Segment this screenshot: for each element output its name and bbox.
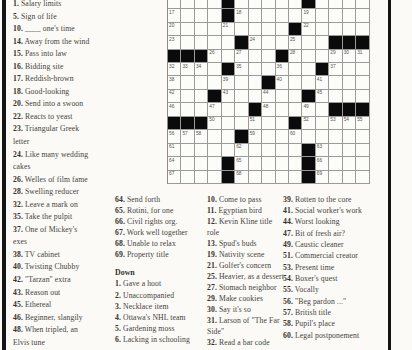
- clue-text: Civil rights org.: [125, 217, 178, 226]
- clue-number: 56.: [283, 297, 293, 306]
- grid-cell[interactable]: 41: [316, 76, 329, 89]
- grid-cell[interactable]: [195, 23, 208, 36]
- grid-cell[interactable]: [329, 76, 342, 89]
- grid-cell[interactable]: 55: [356, 117, 369, 130]
- grid-cell[interactable]: [181, 90, 194, 103]
- grid-cell[interactable]: 56: [168, 130, 181, 143]
- grid-cell[interactable]: [195, 171, 208, 184]
- cell-number: 41: [317, 77, 322, 82]
- grid-cell[interactable]: 67: [168, 171, 181, 184]
- grid-cell[interactable]: [262, 0, 275, 9]
- grid-cell[interactable]: 19: [302, 9, 315, 22]
- grid-cell[interactable]: [356, 63, 369, 76]
- grid-cell-black: [289, 117, 302, 130]
- cell-number: 23: [169, 37, 174, 42]
- clue: 1. Gave a hoot: [115, 278, 190, 289]
- clue: 25. Heavier, as a dessert: [207, 271, 284, 282]
- grid-cell[interactable]: 16: [316, 0, 329, 9]
- grid-cell[interactable]: [195, 90, 208, 103]
- grid-cell[interactable]: 60: [289, 130, 302, 143]
- grid-cell[interactable]: 23: [168, 36, 181, 49]
- grid-cell[interactable]: [356, 144, 369, 157]
- clue-wrap-line: letter: [13, 136, 89, 149]
- clue-number: 24.: [13, 150, 23, 159]
- grid-cell[interactable]: 15: [235, 0, 248, 9]
- cell-number: 66: [317, 158, 322, 163]
- clue: 64. Send forth: [115, 194, 190, 205]
- grid-cell[interactable]: 21: [222, 23, 235, 36]
- clue-number: 48.: [13, 325, 23, 334]
- grid-cell[interactable]: [208, 63, 221, 76]
- grid-cell[interactable]: [181, 23, 194, 36]
- clue: 29. Make cookies: [207, 293, 284, 304]
- grid-cell-black: [168, 117, 181, 130]
- grid-cell[interactable]: 58: [195, 130, 208, 143]
- grid-cell[interactable]: [343, 144, 356, 157]
- clue: 5. Sign of life: [13, 11, 89, 24]
- clue-number: 27.: [207, 283, 217, 292]
- clue-number: 44.: [283, 217, 293, 226]
- cell-number: 54: [344, 117, 349, 122]
- clue-column-across-col-1: 1. Salary limits5. Sign of life10. ____ …: [13, 0, 89, 350]
- grid-cell[interactable]: [356, 76, 369, 89]
- clue-number: 60.: [283, 331, 293, 340]
- grid-cell[interactable]: [262, 50, 275, 63]
- grid-cell[interactable]: 27: [235, 50, 248, 63]
- grid-cell[interactable]: [343, 63, 356, 76]
- clue-text: Leave a mark on: [23, 200, 78, 209]
- cell-number: 28: [290, 50, 295, 55]
- grid-cell[interactable]: [195, 103, 208, 116]
- clue-text: Elvis tune: [13, 338, 45, 347]
- clue: 19. Nativity scene: [207, 249, 284, 260]
- grid-cell[interactable]: [343, 9, 356, 22]
- grid-cell[interactable]: 39: [222, 76, 235, 89]
- grid-cell[interactable]: 29: [329, 50, 342, 63]
- grid-cell[interactable]: 61: [168, 144, 181, 157]
- grid-cell[interactable]: 22: [302, 23, 315, 36]
- grid-cell[interactable]: [235, 117, 248, 130]
- grid-cell[interactable]: [316, 9, 329, 22]
- grid-cell[interactable]: [262, 171, 275, 184]
- clue-text: Swelling reducer: [23, 187, 79, 196]
- grid-cell[interactable]: [195, 76, 208, 89]
- grid-cell[interactable]: [181, 157, 194, 170]
- cell-number: 49: [303, 104, 308, 109]
- grid-cell[interactable]: [276, 103, 289, 116]
- grid-cell[interactable]: [276, 90, 289, 103]
- cell-number: 64: [169, 158, 174, 163]
- grid-cell[interactable]: [208, 157, 221, 170]
- grid-cell[interactable]: [262, 63, 275, 76]
- grid-cell[interactable]: [222, 103, 235, 116]
- grid-cell[interactable]: [181, 9, 194, 22]
- grid-cell[interactable]: [208, 130, 221, 143]
- grid-cell[interactable]: [329, 90, 342, 103]
- grid-cell-black: [222, 63, 235, 76]
- clue-text: Rotten to the core: [293, 195, 352, 204]
- grid-cell[interactable]: [316, 103, 329, 116]
- grid-cell[interactable]: [329, 130, 342, 143]
- grid-cell-black: [262, 76, 275, 89]
- grid-cell[interactable]: [316, 36, 329, 49]
- grid-cell[interactable]: 43: [222, 90, 235, 103]
- grid-cell[interactable]: 40: [276, 76, 289, 89]
- grid-cell[interactable]: [195, 9, 208, 22]
- grid-cell[interactable]: [276, 144, 289, 157]
- grid-cell[interactable]: 52: [302, 117, 315, 130]
- grid-cell[interactable]: 20: [168, 23, 181, 36]
- clue: 40. Twisting Chubby: [13, 261, 89, 274]
- grid-cell[interactable]: [356, 9, 369, 22]
- grid-cell[interactable]: 36: [276, 63, 289, 76]
- grid-cell[interactable]: [316, 130, 329, 143]
- grid-cell[interactable]: 18: [235, 9, 248, 22]
- grid-cell[interactable]: [181, 171, 194, 184]
- grid-cell-black: [235, 36, 248, 49]
- grid-cell[interactable]: [356, 0, 369, 9]
- grid-cell[interactable]: [249, 90, 262, 103]
- clue-text: role: [207, 228, 219, 237]
- grid-cell[interactable]: [276, 0, 289, 9]
- grid-cell-black: [356, 103, 369, 116]
- clue: 24. Like many wedding: [13, 149, 89, 162]
- clue-number: 14.: [13, 37, 23, 46]
- clue: 67. Work well together: [115, 227, 190, 238]
- clue: 65. Rotini, for one: [115, 205, 190, 216]
- grid-cell[interactable]: [343, 76, 356, 89]
- clue-text: Gardening moss: [121, 324, 175, 333]
- cell-number: 45: [317, 90, 322, 95]
- grid-cell[interactable]: [181, 0, 194, 9]
- grid-cell[interactable]: [208, 144, 221, 157]
- clue: 60. Legal postponement: [283, 330, 362, 341]
- clue-text: "Tarzan" extra: [23, 275, 71, 284]
- cell-number: 31: [357, 50, 362, 55]
- clue-number: 47.: [283, 229, 293, 238]
- grid-cell[interactable]: [289, 9, 302, 22]
- clue: 57. British title: [283, 307, 362, 318]
- grid-cell-black: [302, 90, 315, 103]
- clue: 3. Necklace item: [115, 301, 190, 312]
- clue: 54. Boxer's quest: [283, 273, 362, 284]
- grid-cell[interactable]: 48: [262, 103, 275, 116]
- cell-number: 32: [169, 64, 174, 69]
- grid-cell[interactable]: [356, 23, 369, 36]
- grid-cell[interactable]: [235, 76, 248, 89]
- clue: 27. Stomach neighbor: [207, 282, 284, 293]
- grid-cell[interactable]: 65: [235, 157, 248, 170]
- grid-cell-black: [181, 50, 194, 63]
- clue-text: Social worker's work: [293, 206, 362, 215]
- grid-cell[interactable]: 28: [289, 50, 302, 63]
- grid-cell[interactable]: 32: [168, 63, 181, 76]
- grid-cell[interactable]: [289, 90, 302, 103]
- grid-cell[interactable]: 54: [343, 117, 356, 130]
- clue-text: Send forth: [125, 195, 160, 204]
- clue: 21. Golfer's concern: [207, 260, 284, 271]
- grid-cell[interactable]: 49: [302, 103, 315, 116]
- grid-cell[interactable]: [302, 63, 315, 76]
- clue: 47. Bit of fresh air?: [283, 228, 362, 239]
- clue-text: Welles of film fame: [23, 175, 88, 184]
- grid-cell[interactable]: [329, 171, 342, 184]
- grid-cell[interactable]: 38: [168, 76, 181, 89]
- grid-cell[interactable]: [208, 0, 221, 9]
- grid-cell[interactable]: [329, 144, 342, 157]
- clue-number: 10.: [13, 24, 23, 33]
- grid-cell[interactable]: 45: [316, 90, 329, 103]
- cell-number: 17: [169, 10, 174, 15]
- clue: 53. Present time: [283, 262, 362, 273]
- grid-cell[interactable]: [276, 117, 289, 130]
- cell-number: 25: [290, 37, 295, 42]
- clue-number: 64.: [115, 195, 125, 204]
- clue: 30. Say it's so: [207, 304, 284, 315]
- grid-cell[interactable]: [276, 23, 289, 36]
- grid-cell[interactable]: [276, 157, 289, 170]
- grid-cell[interactable]: [249, 9, 262, 22]
- grid-cell[interactable]: [289, 103, 302, 116]
- grid-cell[interactable]: [343, 23, 356, 36]
- grid-cell[interactable]: [343, 171, 356, 184]
- clue: 41. Social worker's work: [283, 205, 362, 216]
- cell-number: 24: [250, 37, 255, 42]
- grid-cell-black: [343, 103, 356, 116]
- grid-cell[interactable]: [329, 9, 342, 22]
- grid-cell[interactable]: [208, 9, 221, 22]
- grid-cell[interactable]: [249, 0, 262, 9]
- clue-number: 22.: [13, 112, 23, 121]
- grid-cell[interactable]: [208, 171, 221, 184]
- grid-cell[interactable]: 26: [208, 50, 221, 63]
- grid-cell[interactable]: [343, 157, 356, 170]
- grid-cell[interactable]: [356, 90, 369, 103]
- clue: 68. Unable to relax: [115, 238, 190, 249]
- grid-cell[interactable]: [276, 9, 289, 22]
- grid-cell[interactable]: [222, 36, 235, 49]
- clue-text: Salary limits: [19, 0, 61, 8]
- clue-number: 40.: [13, 262, 23, 271]
- grid-cell[interactable]: [343, 90, 356, 103]
- grid-cell[interactable]: [249, 76, 262, 89]
- cell-number: 67: [169, 171, 174, 176]
- clue-number: 38.: [13, 250, 23, 259]
- grid-cell[interactable]: 25: [289, 36, 302, 49]
- grid-cell[interactable]: [262, 144, 275, 157]
- cell-number: 35: [236, 64, 241, 69]
- grid-cell[interactable]: [249, 157, 262, 170]
- down-header: Down: [115, 267, 190, 278]
- grid-cell[interactable]: [302, 130, 315, 143]
- clue: 44. Worst looking: [283, 216, 362, 227]
- clue-number: 58.: [283, 319, 293, 328]
- grid-cell[interactable]: 35: [235, 63, 248, 76]
- grid-cell[interactable]: [195, 0, 208, 9]
- cell-number: 33: [182, 64, 187, 69]
- clue-text: Kevin Kline title: [217, 217, 272, 226]
- grid-cell[interactable]: [343, 130, 356, 143]
- grid-cell[interactable]: 47: [208, 103, 221, 116]
- grid-cell[interactable]: [356, 171, 369, 184]
- grid-cell[interactable]: [262, 157, 275, 170]
- grid-cell[interactable]: [249, 144, 262, 157]
- grid-cell[interactable]: [329, 0, 342, 9]
- grid-cell[interactable]: [222, 50, 235, 63]
- grid-cell[interactable]: [329, 23, 342, 36]
- grid-cell[interactable]: [208, 76, 221, 89]
- grid-cell-black: [195, 50, 208, 63]
- cell-number: 53: [330, 117, 335, 122]
- clue: 66. Civil rights org.: [115, 216, 190, 227]
- grid-cell[interactable]: [222, 144, 235, 157]
- grid-cell[interactable]: 33: [181, 63, 194, 76]
- grid-cell[interactable]: [343, 0, 356, 9]
- grid-cell[interactable]: [302, 50, 315, 63]
- clue-text: Away from the wind: [23, 37, 90, 46]
- clue-number: 13.: [207, 239, 217, 248]
- grid-cell[interactable]: [222, 117, 235, 130]
- grid-cell[interactable]: 44: [262, 90, 275, 103]
- clue: 6. Lacking in schooling: [115, 334, 190, 345]
- grid-cell[interactable]: [302, 76, 315, 89]
- clue-text: Send into a swoon: [23, 99, 83, 108]
- clue: 22. Reacts to yeast: [13, 111, 89, 124]
- grid-cell[interactable]: [316, 23, 329, 36]
- grid-cell[interactable]: 34: [195, 63, 208, 76]
- grid-cell-black: [329, 36, 342, 49]
- clue-text: Rotini, for one: [125, 206, 174, 215]
- grid-cell[interactable]: [289, 157, 302, 170]
- grid-cell[interactable]: [249, 171, 262, 184]
- page-border-right: [388, 0, 391, 350]
- grid-cell[interactable]: [249, 50, 262, 63]
- grid-cell[interactable]: 14: [168, 0, 181, 9]
- cell-number: 43: [223, 90, 228, 95]
- grid-cell[interactable]: [222, 130, 235, 143]
- clue-text: cakes: [13, 162, 31, 171]
- clue: 32. Leave a mark on: [13, 199, 89, 212]
- grid-cell[interactable]: [181, 36, 194, 49]
- grid-cell-black: [343, 36, 356, 49]
- grid-cell[interactable]: [208, 23, 221, 36]
- cell-number: 68: [236, 171, 241, 176]
- grid-cell[interactable]: [289, 0, 302, 9]
- grid-cell[interactable]: 46: [168, 103, 181, 116]
- grid-cell[interactable]: [208, 36, 221, 49]
- cell-number: 40: [277, 77, 282, 82]
- grid-cell[interactable]: [262, 23, 275, 36]
- cell-number: 34: [196, 64, 201, 69]
- clue-text: Unaccompanied: [121, 291, 174, 300]
- grid-cell[interactable]: [195, 36, 208, 49]
- grid-cell[interactable]: [181, 76, 194, 89]
- clue-text: Ottawa's NHL team: [121, 313, 186, 322]
- grid-cell[interactable]: 24: [249, 36, 262, 49]
- clue-number: 41.: [283, 206, 293, 215]
- grid-cell[interactable]: [289, 76, 302, 89]
- grid-cell[interactable]: [289, 144, 302, 157]
- clue: 23. Triangular Greek: [13, 123, 89, 136]
- clue-wrap-line: role: [207, 227, 284, 238]
- grid-cell[interactable]: [195, 157, 208, 170]
- clue-number: 26.: [13, 175, 23, 184]
- clue: 1. Salary limits: [13, 0, 89, 11]
- clue-text: Good-looking: [23, 87, 69, 96]
- grid-cell[interactable]: 37: [329, 63, 342, 76]
- clue: 2. Unaccompanied: [115, 290, 190, 301]
- grid-cell[interactable]: [289, 171, 302, 184]
- grid-cell[interactable]: 59: [249, 130, 262, 143]
- grid-cell[interactable]: 53: [329, 117, 342, 130]
- grid-cell[interactable]: [262, 36, 275, 49]
- cell-number: 19: [303, 10, 308, 15]
- grid-cell[interactable]: [316, 50, 329, 63]
- clue: 14. Away from the wind: [13, 36, 89, 49]
- grid-cell[interactable]: [329, 157, 342, 170]
- grid-cell-black: [168, 50, 181, 63]
- grid-cell[interactable]: [181, 103, 194, 116]
- grid-cell[interactable]: [356, 130, 369, 143]
- grid-cell[interactable]: [235, 23, 248, 36]
- grid-cell[interactable]: 31: [356, 50, 369, 63]
- grid-cell[interactable]: [276, 36, 289, 49]
- clue-number: 69.: [115, 250, 125, 259]
- grid-cell[interactable]: 69: [316, 171, 329, 184]
- grid-cell[interactable]: 17: [168, 9, 181, 22]
- grid-cell[interactable]: [181, 144, 194, 157]
- grid-cell[interactable]: [235, 103, 248, 116]
- grid-cell[interactable]: 30: [343, 50, 356, 63]
- grid-cell[interactable]: [249, 63, 262, 76]
- grid-cell[interactable]: [262, 117, 275, 130]
- grid-cell[interactable]: [302, 36, 315, 49]
- clue-number: 20.: [13, 99, 23, 108]
- grid-cell-black: [222, 0, 235, 9]
- grid-cell[interactable]: [276, 130, 289, 143]
- grid-cell[interactable]: 62: [235, 144, 248, 157]
- grid-cell[interactable]: [276, 171, 289, 184]
- grid-cell[interactable]: 51: [249, 117, 262, 130]
- clue-column-down-col-4: 39. Rotten to the core41. Social worker'…: [283, 194, 362, 341]
- grid-cell[interactable]: [356, 157, 369, 170]
- clue: 26. Welles of film fame: [13, 174, 89, 187]
- grid-cell[interactable]: [195, 144, 208, 157]
- clue-text: Boxer's quest: [293, 274, 338, 283]
- grid-cell[interactable]: [316, 117, 329, 130]
- grid-cell[interactable]: 68: [235, 171, 248, 184]
- grid-cell[interactable]: 66: [316, 157, 329, 170]
- grid-cell[interactable]: [249, 23, 262, 36]
- grid-cell-black: [302, 171, 315, 184]
- grid-cell[interactable]: 63: [316, 144, 329, 157]
- grid-cell[interactable]: 42: [168, 90, 181, 103]
- grid-cell[interactable]: 64: [168, 157, 181, 170]
- grid-cell[interactable]: [262, 130, 275, 143]
- cell-number: 56: [169, 131, 174, 136]
- grid-cell[interactable]: 50: [208, 117, 221, 130]
- cell-number: 55: [357, 117, 362, 122]
- clue: 32. Read a bar code: [207, 337, 284, 348]
- grid-cell[interactable]: [235, 90, 248, 103]
- grid-cell[interactable]: [262, 9, 275, 22]
- clue-text: Caustic cleaner: [293, 240, 344, 249]
- grid-cell[interactable]: [289, 63, 302, 76]
- clue-text: Larson of "The Far: [217, 316, 280, 325]
- grid-cell[interactable]: 57: [181, 130, 194, 143]
- grid-cell-black: [222, 9, 235, 22]
- clue-text: Golfer's concern: [217, 261, 271, 270]
